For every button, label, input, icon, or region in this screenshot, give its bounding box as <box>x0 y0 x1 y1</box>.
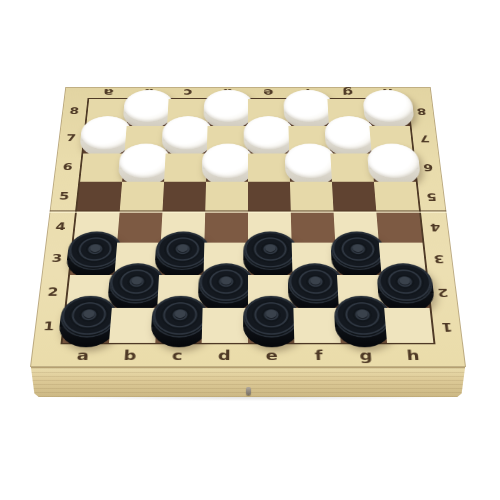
square-d4[interactable] <box>204 212 248 243</box>
square-e3[interactable] <box>248 242 292 274</box>
square-c3[interactable] <box>159 242 204 274</box>
file-label-bottom-text-a: a <box>76 349 89 363</box>
square-c1[interactable] <box>155 308 202 343</box>
rank-label-left-text-3: 3 <box>51 253 63 264</box>
black-man-e1[interactable] <box>243 296 300 348</box>
rank-label-left-text-1: 1 <box>43 321 55 333</box>
square-c6[interactable] <box>164 153 207 182</box>
board-photo: abcdefgh abcdefgh 87654321 87654321 <box>0 0 500 500</box>
square-d6[interactable] <box>206 153 248 182</box>
rank-label-right-text-5: 5 <box>426 191 437 201</box>
file-label-top-e: e <box>248 87 288 98</box>
square-e7[interactable] <box>248 126 289 154</box>
rank-label-right-text-2: 2 <box>437 286 449 297</box>
rank-label-right-5: 5 <box>418 182 447 212</box>
rank-label-left-text-2: 2 <box>47 286 59 297</box>
rank-label-left-text-8: 8 <box>69 107 80 116</box>
rank-label-right-1: 1 <box>432 309 464 344</box>
board-grid <box>60 98 435 344</box>
piece-top-face <box>285 143 337 177</box>
file-label-top-a: a <box>88 87 129 98</box>
square-e5[interactable] <box>248 182 291 212</box>
file-label-bottom-h: h <box>389 344 438 367</box>
rank-label-left-text-4: 4 <box>55 222 66 232</box>
file-label-bottom-e: e <box>248 344 296 367</box>
square-h6[interactable] <box>372 153 416 182</box>
rank-label-right-4: 4 <box>421 212 450 243</box>
rank-label-right-text-1: 1 <box>441 321 453 333</box>
file-label-top-text-e: e <box>263 88 273 98</box>
square-c5[interactable] <box>162 182 206 212</box>
file-label-top-text-g: g <box>342 88 354 98</box>
square-b6[interactable] <box>122 153 166 182</box>
piece-top-face <box>202 143 254 177</box>
square-d1[interactable] <box>202 308 248 343</box>
file-label-bottom-f: f <box>295 344 343 367</box>
file-label-bottom-text-g: g <box>359 349 373 363</box>
file-label-bottom-c: c <box>153 344 201 367</box>
file-label-top-text-c: c <box>183 88 192 98</box>
rank-label-right-text-4: 4 <box>430 222 441 232</box>
square-f2[interactable] <box>292 275 338 308</box>
rank-label-left-text-5: 5 <box>59 191 70 201</box>
white-man-d6[interactable] <box>201 143 253 185</box>
white-man-f6[interactable] <box>285 143 338 185</box>
hinge-seam <box>49 210 446 213</box>
square-d5[interactable] <box>205 182 248 212</box>
square-d8[interactable] <box>208 99 248 126</box>
square-f8[interactable] <box>288 99 329 126</box>
rank-label-left-text-6: 6 <box>62 162 73 172</box>
square-b5[interactable] <box>120 182 164 212</box>
square-f5[interactable] <box>290 182 334 212</box>
file-labels-bottom: abcdefgh <box>58 344 438 367</box>
square-g5[interactable] <box>332 182 376 212</box>
file-label-bottom-g: g <box>342 344 391 367</box>
rank-label-left-text-7: 7 <box>66 134 77 143</box>
square-h1[interactable] <box>384 308 433 343</box>
rank-label-right-text-8: 8 <box>417 107 428 116</box>
square-d2[interactable] <box>203 275 248 308</box>
square-h5[interactable] <box>374 182 419 212</box>
black-man-c1[interactable] <box>150 296 209 348</box>
square-e1[interactable] <box>248 308 294 343</box>
file-label-bottom-a: a <box>58 344 107 367</box>
rank-label-right-text-7: 7 <box>420 134 431 143</box>
file-label-top-text-a: a <box>103 88 114 98</box>
square-f4[interactable] <box>291 212 335 243</box>
rank-label-left-5: 5 <box>50 182 79 212</box>
clasp-pin <box>246 387 251 395</box>
square-f6[interactable] <box>289 153 332 182</box>
checkers-board: abcdefgh abcdefgh 87654321 87654321 <box>30 87 466 367</box>
rank-label-right-text-6: 6 <box>423 162 434 172</box>
file-label-bottom-text-f: f <box>315 349 323 363</box>
rank-label-right-text-3: 3 <box>433 253 445 264</box>
file-label-bottom-text-h: h <box>406 349 420 363</box>
square-a1[interactable] <box>63 308 112 343</box>
file-label-bottom-text-c: c <box>172 349 183 363</box>
square-e6[interactable] <box>248 153 290 182</box>
file-label-bottom-text-e: e <box>265 349 277 363</box>
file-label-bottom-text-b: b <box>123 349 137 363</box>
file-label-bottom-d: d <box>201 344 249 367</box>
rank-label-left-6: 6 <box>53 153 81 182</box>
file-label-bottom-b: b <box>106 344 155 367</box>
white-man-h6[interactable] <box>366 143 421 185</box>
file-label-bottom-text-d: d <box>218 349 231 363</box>
square-a5[interactable] <box>77 182 122 212</box>
square-c7[interactable] <box>166 126 208 154</box>
board-front-edge <box>30 367 466 397</box>
square-g1[interactable] <box>339 308 387 343</box>
